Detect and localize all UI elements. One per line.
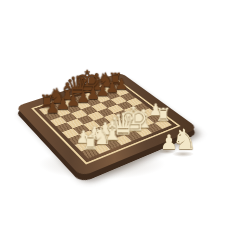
offboard-white-knight-piece: ♞ — [172, 126, 197, 154]
square-h1: ♜ — [155, 119, 172, 129]
chess-set-product-photo: ♜♞♝♛♚♝♞♜♟♟♟♟♟♟♟♟♟♟♟♟♟♟♟♜♞♝♛♚♝♜ ♟ ♞ — [0, 0, 230, 230]
board-squares-grid: ♜♞♝♛♚♝♞♜♟♟♟♟♟♟♟♟♟♟♟♟♟♟♟♜♞♝♛♚♝♜ — [39, 83, 172, 158]
offboard-knight-shadow — [172, 151, 194, 157]
dark-rook-piece: ♜ — [102, 71, 129, 87]
chess-scene: ♜♞♝♛♚♝♞♜♟♟♟♟♟♟♟♟♟♟♟♟♟♟♟♜♞♝♛♚♝♜ ♟ ♞ — [0, 0, 230, 230]
dark-rook-piece: ♜ — [32, 93, 61, 111]
square-a1: ♜ — [81, 147, 99, 158]
dark-knight-piece: ♞ — [92, 71, 120, 90]
square-d5 — [87, 111, 104, 120]
